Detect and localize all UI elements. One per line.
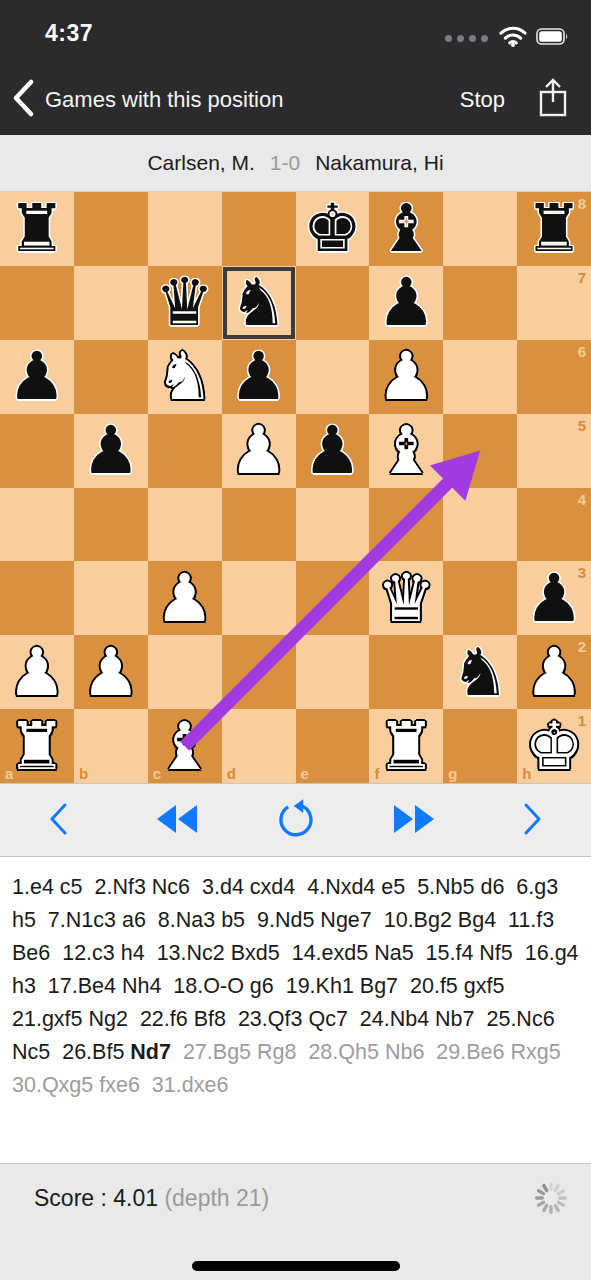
square-g3[interactable]	[443, 561, 517, 635]
player-bar[interactable]: Carlsen, M. 1-0 Nakamura, Hi	[0, 135, 591, 192]
square-f3[interactable]: ♛	[369, 561, 443, 635]
fast-forward-icon	[392, 804, 436, 837]
square-b2[interactable]: ♟	[74, 635, 148, 709]
black-player-name: Nakamura, Hi	[315, 151, 443, 175]
rotate-reset-button[interactable]	[255, 790, 335, 850]
square-a7[interactable]	[0, 266, 74, 340]
black-pawn-f7: ♟	[377, 266, 436, 339]
next-move-button[interactable]	[492, 790, 572, 850]
forward-to-end-button[interactable]	[374, 790, 454, 850]
square-a1[interactable]: ♜a	[0, 709, 74, 783]
back-chevron-icon	[10, 78, 36, 122]
square-g7[interactable]	[443, 266, 517, 340]
engine-score: Score : 4.01 (depth 21)	[34, 1185, 269, 1212]
square-b4[interactable]	[74, 488, 148, 562]
black-knight-d7: ♞	[229, 266, 288, 339]
square-g8[interactable]	[443, 192, 517, 266]
white-bishop-f5: ♝	[377, 414, 436, 487]
square-h2[interactable]: ♟2	[517, 635, 591, 709]
square-h3[interactable]: ♟3	[517, 561, 591, 635]
square-c4[interactable]	[148, 488, 222, 562]
square-e7[interactable]	[296, 266, 370, 340]
file-label-f: f	[374, 765, 379, 782]
square-h7[interactable]: 7	[517, 266, 591, 340]
engine-bar: Score : 4.01 (depth 21)	[0, 1163, 591, 1280]
white-pawn-h2: ♟	[524, 636, 583, 709]
square-a8[interactable]: ♜	[0, 192, 74, 266]
file-label-h: h	[522, 765, 531, 782]
wifi-icon	[499, 26, 527, 51]
square-f7[interactable]: ♟	[369, 266, 443, 340]
move-controls	[0, 783, 591, 857]
white-knight-c6: ♞	[155, 340, 214, 413]
square-d1[interactable]: d	[222, 709, 296, 783]
current-move[interactable]: Nd7	[130, 1040, 171, 1064]
square-c3[interactable]: ♟	[148, 561, 222, 635]
file-label-a: a	[5, 765, 13, 782]
stop-button[interactable]: Stop	[460, 87, 505, 113]
square-g1[interactable]: g	[443, 709, 517, 783]
page-title: Games with this position	[45, 87, 283, 113]
chess-board: ♜♚♝♜8♛♞♟7♟♞♟♟6♟♟♟♝54♟♛♟3♟♟♞♟2♜ab♝cde♜fg♚…	[0, 192, 591, 783]
file-label-c: c	[153, 765, 161, 782]
square-f1[interactable]: ♜f	[369, 709, 443, 783]
square-b3[interactable]	[74, 561, 148, 635]
white-pawn-d5: ♟	[229, 414, 288, 487]
square-h6[interactable]: 6	[517, 340, 591, 414]
white-pawn-b2: ♟	[81, 636, 140, 709]
rotate-ccw-icon	[274, 798, 316, 843]
black-pawn-a6: ♟	[7, 340, 66, 413]
game-result: 1-0	[270, 151, 300, 175]
chevron-right-icon	[518, 800, 546, 841]
square-c6[interactable]: ♞	[148, 340, 222, 414]
square-a3[interactable]	[0, 561, 74, 635]
square-g6[interactable]	[443, 340, 517, 414]
share-button[interactable]	[537, 77, 569, 123]
square-h1[interactable]: ♚1h	[517, 709, 591, 783]
black-bishop-f8: ♝	[377, 192, 436, 265]
square-d5[interactable]: ♟	[222, 414, 296, 488]
rewind-icon	[155, 804, 199, 837]
rank-label-8: 8	[578, 195, 586, 212]
square-b1[interactable]: b	[74, 709, 148, 783]
chevron-left-icon	[45, 800, 73, 841]
square-d4[interactable]	[222, 488, 296, 562]
file-label-g: g	[448, 765, 457, 782]
white-rook-a1: ♜	[7, 710, 66, 783]
square-e3[interactable]	[296, 561, 370, 635]
rank-label-2: 2	[578, 638, 586, 655]
previous-move-button[interactable]	[19, 790, 99, 850]
rank-label-3: 3	[578, 564, 586, 581]
square-e6[interactable]	[296, 340, 370, 414]
score-depth: (depth 21)	[164, 1185, 269, 1211]
square-a4[interactable]	[0, 488, 74, 562]
square-c8[interactable]	[148, 192, 222, 266]
black-knight-g2: ♞	[451, 636, 510, 709]
black-pawn-e5: ♟	[303, 414, 362, 487]
white-pawn-c3: ♟	[155, 562, 214, 635]
status-bar: 4:37	[0, 0, 591, 64]
black-queen-c7: ♛	[155, 266, 214, 339]
nav-bar: Games with this position Stop	[0, 64, 591, 135]
square-g2[interactable]: ♞	[443, 635, 517, 709]
rank-label-6: 6	[578, 343, 586, 360]
file-label-d: d	[227, 765, 236, 782]
square-c2[interactable]	[148, 635, 222, 709]
back-button[interactable]: Games with this position	[10, 64, 283, 135]
rewind-to-start-button[interactable]	[137, 790, 217, 850]
cellular-signal-icon	[445, 35, 488, 42]
black-rook-h8: ♜	[524, 192, 583, 265]
battery-icon	[536, 28, 569, 49]
score-value: Score : 4.01	[34, 1185, 158, 1211]
square-e5[interactable]: ♟	[296, 414, 370, 488]
engine-spinner-icon	[531, 1178, 571, 1222]
square-h8[interactable]: ♜8	[517, 192, 591, 266]
white-king-h1: ♚	[524, 710, 583, 783]
square-b5[interactable]: ♟	[74, 414, 148, 488]
square-b8[interactable]	[74, 192, 148, 266]
square-f4[interactable]	[369, 488, 443, 562]
file-label-b: b	[79, 765, 88, 782]
square-f8[interactable]: ♝	[369, 192, 443, 266]
square-a2[interactable]: ♟	[0, 635, 74, 709]
black-rook-a8: ♜	[7, 192, 66, 265]
black-king-e8: ♚	[303, 192, 362, 265]
square-a5[interactable]	[0, 414, 74, 488]
app-screen: 4:37	[0, 0, 591, 1280]
square-h4[interactable]: 4	[517, 488, 591, 562]
rank-label-4: 4	[578, 491, 586, 508]
white-bishop-c1: ♝	[155, 710, 214, 783]
square-a6[interactable]: ♟	[0, 340, 74, 414]
square-b7[interactable]	[74, 266, 148, 340]
square-f6[interactable]: ♟	[369, 340, 443, 414]
square-f5[interactable]: ♝	[369, 414, 443, 488]
square-g5[interactable]	[443, 414, 517, 488]
rank-label-1: 1	[578, 712, 586, 729]
white-pawn-f6: ♟	[377, 340, 436, 413]
square-d3[interactable]	[222, 561, 296, 635]
white-rook-f1: ♜	[377, 710, 436, 783]
move-list[interactable]: 1.e4 c5 2.Nf3 Nc6 3.d4 cxd4 4.Nxd4 e5 5.…	[0, 857, 591, 1163]
square-b6[interactable]	[74, 340, 148, 414]
home-indicator[interactable]	[192, 1261, 400, 1271]
square-e4[interactable]	[296, 488, 370, 562]
square-g4[interactable]	[443, 488, 517, 562]
rank-label-7: 7	[578, 269, 586, 286]
clock: 4:37	[45, 20, 93, 47]
move-text: 1.e4 c5 2.Nf3 Nc6 3.d4 cxd4 4.Nxd4 e5 5.…	[12, 871, 579, 1102]
square-d8[interactable]	[222, 192, 296, 266]
square-c5[interactable]	[148, 414, 222, 488]
black-pawn-b5: ♟	[81, 414, 140, 487]
square-e2[interactable]	[296, 635, 370, 709]
white-queen-f3: ♛	[377, 562, 436, 635]
square-h5[interactable]: 5	[517, 414, 591, 488]
square-c1[interactable]: ♝c	[148, 709, 222, 783]
file-label-e: e	[301, 765, 309, 782]
square-d6[interactable]: ♟	[222, 340, 296, 414]
square-d7[interactable]: ♞	[222, 266, 296, 340]
white-pawn-a2: ♟	[7, 636, 66, 709]
rank-label-5: 5	[578, 417, 586, 434]
square-e1[interactable]: e	[296, 709, 370, 783]
square-f2[interactable]	[369, 635, 443, 709]
square-c7[interactable]: ♛	[148, 266, 222, 340]
black-pawn-h3: ♟	[524, 562, 583, 635]
square-d2[interactable]	[222, 635, 296, 709]
square-e8[interactable]: ♚	[296, 192, 370, 266]
white-player-name: Carlsen, M.	[147, 151, 254, 175]
black-pawn-d6: ♟	[229, 340, 288, 413]
played-moves[interactable]: 1.e4 c5 2.Nf3 Nc6 3.d4 cxd4 4.Nxd4 e5 5.…	[12, 875, 585, 1064]
